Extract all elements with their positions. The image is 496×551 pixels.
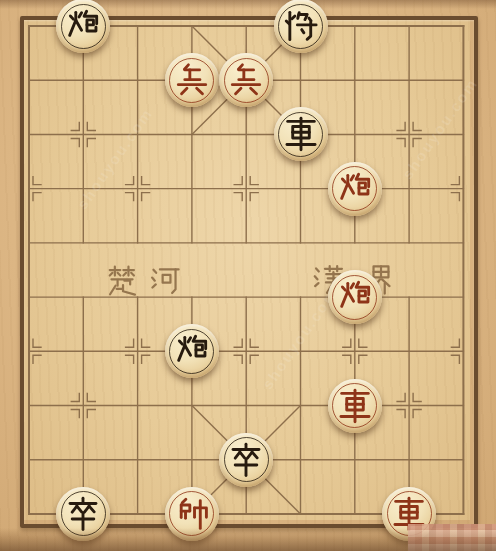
piece-glyph-pao [174, 333, 210, 369]
piece-glyph-bing [174, 62, 210, 98]
piece-glyph-bing [228, 62, 264, 98]
piece-black-soldier[interactable] [219, 433, 273, 487]
piece-glyph-pao [65, 8, 101, 44]
piece-red-general[interactable] [165, 487, 219, 541]
piece-glyph-ju [337, 388, 373, 424]
piece-glyph-jiang [283, 8, 319, 44]
piece-glyph-pao [337, 171, 373, 207]
piece-glyph-ju [283, 116, 319, 152]
piece-glyph-pao [337, 279, 373, 315]
piece-red-cannon[interactable] [328, 162, 382, 216]
piece-glyph-shuai [174, 496, 210, 532]
piece-black-general[interactable] [274, 0, 328, 53]
piece-glyph-zu [65, 496, 101, 532]
piece-glyph-zu [228, 442, 264, 478]
piece-red-chariot[interactable] [328, 379, 382, 433]
piece-black-cannon[interactable] [165, 324, 219, 378]
piece-red-soldier[interactable] [165, 53, 219, 107]
river-label-char [105, 264, 139, 298]
censored-watermark-mosaic [408, 524, 496, 551]
piece-black-soldier[interactable] [56, 487, 110, 541]
piece-red-cannon[interactable] [328, 270, 382, 324]
piece-black-chariot[interactable] [274, 107, 328, 161]
river-label-char [148, 264, 182, 298]
